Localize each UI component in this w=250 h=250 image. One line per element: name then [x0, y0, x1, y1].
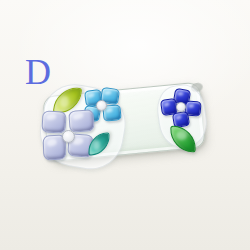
light-blue-flower-center-bead [96, 100, 107, 111]
photo-scene: D [0, 0, 250, 250]
lavender-flower-center-bead [62, 130, 75, 143]
cobalt-blue-flower-center-bead [176, 102, 186, 112]
label-letter-d: D [25, 54, 51, 90]
lavender-flower-petal-2 [68, 109, 94, 133]
